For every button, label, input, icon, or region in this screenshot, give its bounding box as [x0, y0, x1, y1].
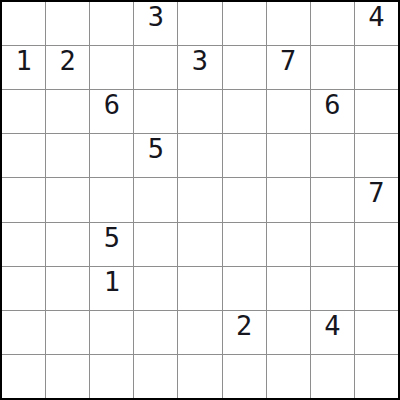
- clue-number: 6: [324, 91, 340, 118]
- cell-r2c1: 1: [2, 46, 45, 89]
- puzzle-board: 34123766575124: [0, 0, 400, 400]
- cell-r2c7: 7: [267, 46, 310, 89]
- cell-r1c4: 3: [134, 2, 177, 45]
- cell-r1c9: 4: [355, 2, 398, 45]
- cell-r5c6[interactable]: [223, 178, 266, 221]
- cell-r4c1[interactable]: [2, 134, 45, 177]
- cell-r9c5[interactable]: [178, 355, 221, 398]
- cell-r8c2[interactable]: [46, 311, 89, 354]
- cell-r3c6[interactable]: [223, 90, 266, 133]
- cell-r7c2[interactable]: [46, 267, 89, 310]
- cell-r7c3: 1: [90, 267, 133, 310]
- cell-r3c7[interactable]: [267, 90, 310, 133]
- cell-r3c3: 6: [90, 90, 133, 133]
- clue-number: 1: [104, 268, 120, 295]
- cell-r1c5[interactable]: [178, 2, 221, 45]
- cell-r7c4[interactable]: [134, 267, 177, 310]
- cell-r6c2[interactable]: [46, 223, 89, 266]
- cell-r6c9[interactable]: [355, 223, 398, 266]
- cell-r2c6[interactable]: [223, 46, 266, 89]
- cell-r7c5[interactable]: [178, 267, 221, 310]
- cell-r1c1[interactable]: [2, 2, 45, 45]
- cell-r9c4[interactable]: [134, 355, 177, 398]
- cell-r9c7[interactable]: [267, 355, 310, 398]
- cell-r9c2[interactable]: [46, 355, 89, 398]
- clue-number: 5: [148, 135, 164, 162]
- cell-r4c9[interactable]: [355, 134, 398, 177]
- clue-number: 4: [324, 312, 340, 339]
- cell-r2c4[interactable]: [134, 46, 177, 89]
- cell-r7c7[interactable]: [267, 267, 310, 310]
- cell-r9c3[interactable]: [90, 355, 133, 398]
- cell-r2c9[interactable]: [355, 46, 398, 89]
- cell-r8c1[interactable]: [2, 311, 45, 354]
- cell-r7c9[interactable]: [355, 267, 398, 310]
- cell-r8c4[interactable]: [134, 311, 177, 354]
- clue-number: 2: [236, 312, 252, 339]
- clue-number: 3: [148, 3, 164, 30]
- cell-r4c5[interactable]: [178, 134, 221, 177]
- cell-r5c9: 7: [355, 178, 398, 221]
- cell-r5c3[interactable]: [90, 178, 133, 221]
- clue-number: 7: [368, 179, 384, 206]
- cell-r8c8: 4: [311, 311, 354, 354]
- cell-r2c2: 2: [46, 46, 89, 89]
- cell-r3c4[interactable]: [134, 90, 177, 133]
- cell-r6c8[interactable]: [311, 223, 354, 266]
- cell-r6c1[interactable]: [2, 223, 45, 266]
- clue-number: 3: [192, 47, 208, 74]
- cell-r8c7[interactable]: [267, 311, 310, 354]
- clue-number: 7: [280, 47, 296, 74]
- cell-r4c4: 5: [134, 134, 177, 177]
- cell-r4c6[interactable]: [223, 134, 266, 177]
- cell-r1c7[interactable]: [267, 2, 310, 45]
- cell-r8c6: 2: [223, 311, 266, 354]
- cell-r1c2[interactable]: [46, 2, 89, 45]
- cell-r1c6[interactable]: [223, 2, 266, 45]
- clue-number: 2: [60, 47, 76, 74]
- cell-r3c8: 6: [311, 90, 354, 133]
- cell-r6c5[interactable]: [178, 223, 221, 266]
- cell-r3c2[interactable]: [46, 90, 89, 133]
- cell-r3c1[interactable]: [2, 90, 45, 133]
- cell-r5c7[interactable]: [267, 178, 310, 221]
- cell-r5c1[interactable]: [2, 178, 45, 221]
- cell-r4c3[interactable]: [90, 134, 133, 177]
- cell-r8c9[interactable]: [355, 311, 398, 354]
- cell-r9c1[interactable]: [2, 355, 45, 398]
- clue-number: 6: [104, 91, 120, 118]
- cell-r1c3[interactable]: [90, 2, 133, 45]
- cell-r4c8[interactable]: [311, 134, 354, 177]
- clue-number: 5: [104, 224, 120, 251]
- cell-r5c4[interactable]: [134, 178, 177, 221]
- cell-r5c2[interactable]: [46, 178, 89, 221]
- clue-number: 4: [368, 3, 384, 30]
- cell-r2c3[interactable]: [90, 46, 133, 89]
- cell-r6c4[interactable]: [134, 223, 177, 266]
- cell-r9c6[interactable]: [223, 355, 266, 398]
- cell-r4c2[interactable]: [46, 134, 89, 177]
- cell-r3c9[interactable]: [355, 90, 398, 133]
- cell-r6c6[interactable]: [223, 223, 266, 266]
- cell-r7c8[interactable]: [311, 267, 354, 310]
- cell-r6c7[interactable]: [267, 223, 310, 266]
- cell-r8c5[interactable]: [178, 311, 221, 354]
- cell-r2c5: 3: [178, 46, 221, 89]
- cell-r6c3: 5: [90, 223, 133, 266]
- cell-r3c5[interactable]: [178, 90, 221, 133]
- cell-r7c6[interactable]: [223, 267, 266, 310]
- cell-r9c9[interactable]: [355, 355, 398, 398]
- cell-r9c8[interactable]: [311, 355, 354, 398]
- cell-r8c3[interactable]: [90, 311, 133, 354]
- cell-r1c8[interactable]: [311, 2, 354, 45]
- cell-r4c7[interactable]: [267, 134, 310, 177]
- clue-number: 1: [15, 47, 31, 74]
- cell-r2c8[interactable]: [311, 46, 354, 89]
- cell-r5c8[interactable]: [311, 178, 354, 221]
- cell-r5c5[interactable]: [178, 178, 221, 221]
- cell-r7c1[interactable]: [2, 267, 45, 310]
